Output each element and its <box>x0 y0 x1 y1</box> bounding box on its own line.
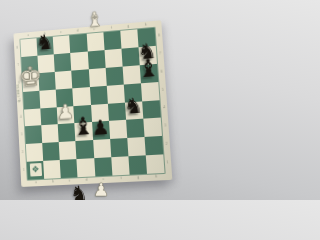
coord-rank-right-3: 3 <box>164 125 166 128</box>
coord-rank-right-4: 4 <box>163 107 165 110</box>
coord-rank-left-4: 4 <box>20 116 22 119</box>
coord-rank-left-8: 8 <box>16 47 18 50</box>
coord-file-top-d: d <box>77 30 79 33</box>
offboard-piece-white-pawn[interactable]: ♟ <box>93 181 109 199</box>
coord-rank-right-6: 6 <box>161 71 163 74</box>
coord-file-bottom-g: g <box>137 176 139 179</box>
offboard-piece-white-bishop[interactable]: ♝ <box>85 9 104 30</box>
photo-scene: ® CHESS ❖ ♞♞♚♝♟♞♝♟ aa88bb77cc66dd55ee44f… <box>0 0 200 200</box>
coord-file-top-c: c <box>60 31 62 34</box>
piece-black-bishop-h6[interactable]: ♝ <box>137 55 161 81</box>
coord-rank-right-2: 2 <box>166 143 168 146</box>
coord-file-bottom-f: f <box>120 177 121 180</box>
scene-background: { "game": "chess", "scene_description": … <box>0 0 200 200</box>
piece-black-pawn-e3[interactable]: ♟ <box>91 117 110 138</box>
coord-rank-right-8: 8 <box>158 35 160 38</box>
chessboard-mat: ® CHESS ❖ ♞♞♚♝♟♞♝♟ aa88bb77cc66dd55ee44f… <box>13 20 172 187</box>
coord-file-top-h: h <box>145 23 147 26</box>
coord-file-top-g: g <box>127 25 129 28</box>
coord-rank-right-1: 1 <box>167 162 169 165</box>
coord-rank-left-3: 3 <box>21 134 23 137</box>
coord-file-top-f: f <box>111 27 112 30</box>
coord-file-bottom-a: a <box>35 181 37 184</box>
coord-rank-right-5: 5 <box>162 89 164 92</box>
coord-rank-left-1: 1 <box>23 169 25 172</box>
coord-file-bottom-b: b <box>52 180 54 183</box>
piece-black-knight-g4[interactable]: ♞ <box>123 96 143 118</box>
piece-black-knight-b8[interactable]: ♞ <box>36 32 55 54</box>
piece-layer: ♞♞♚♝♟♞♝♟ <box>20 28 164 180</box>
coord-rank-right-7: 7 <box>159 53 161 56</box>
coord-file-top-a: a <box>28 34 30 37</box>
offboard-piece-black-knight[interactable]: ♞ <box>70 183 88 200</box>
coord-rank-left-5: 5 <box>19 99 21 102</box>
piece-white-king-a6[interactable]: ♚ <box>18 62 42 90</box>
coord-file-bottom-h: h <box>155 175 157 178</box>
coord-rank-left-2: 2 <box>22 152 24 155</box>
